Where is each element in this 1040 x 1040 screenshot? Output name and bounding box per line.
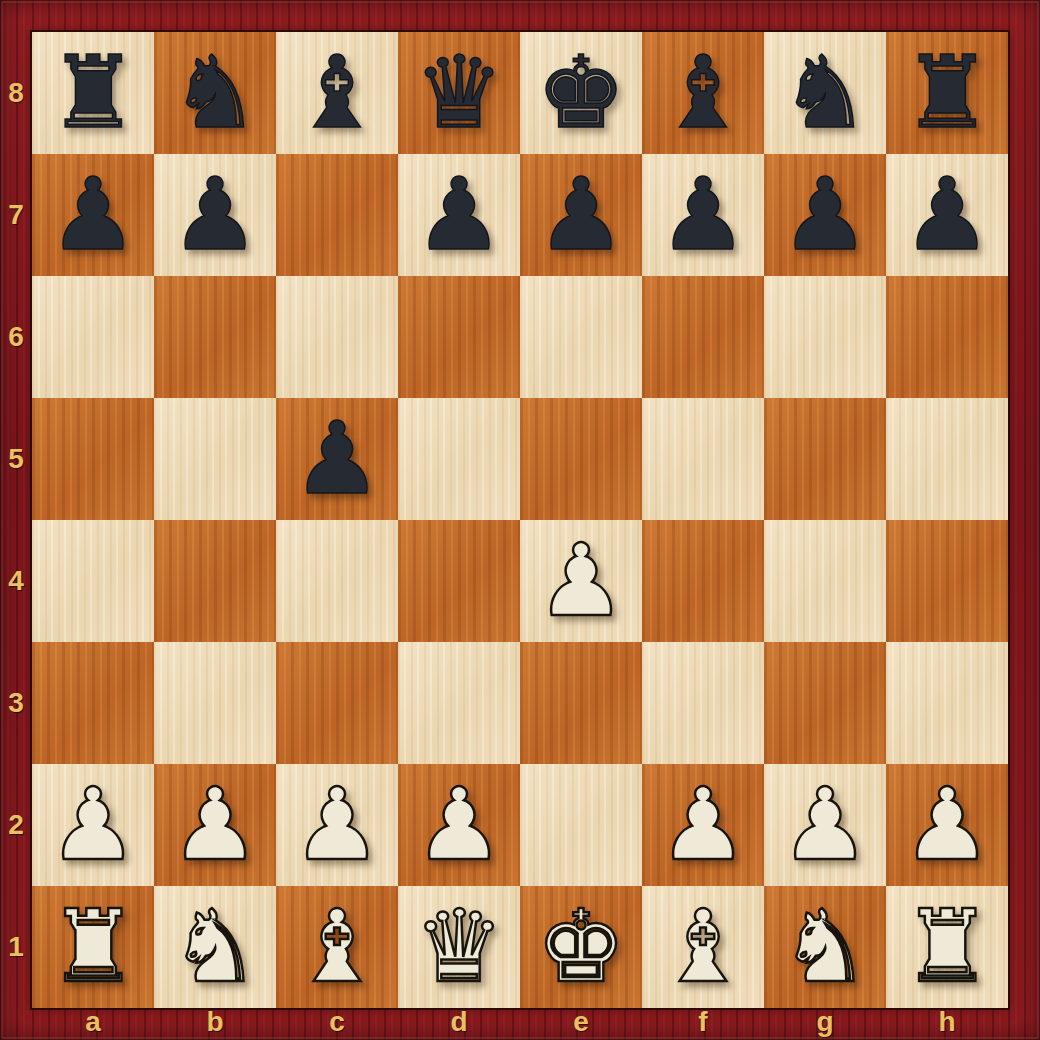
piece-black-rook[interactable]: ♜ [902,43,992,143]
square-h5[interactable] [886,398,1008,520]
square-h8[interactable]: ♜ [886,32,1008,154]
square-g1[interactable]: ♞ [764,886,886,1008]
piece-black-pawn[interactable]: ♟ [902,165,992,265]
square-e5[interactable] [520,398,642,520]
square-c6[interactable] [276,276,398,398]
piece-white-pawn[interactable]: ♟ [170,775,260,875]
chess-board-frame: ♜♞♝♛♚♝♞♜♟♟♟♟♟♟♟♟♟♟♟♟♟♟♟♟♜♞♝♛♚♝♞♜ 8765432… [0,0,1040,1040]
square-a3[interactable] [32,642,154,764]
square-c7[interactable] [276,154,398,276]
rank-label-8: 8 [0,32,32,154]
square-g2[interactable]: ♟ [764,764,886,886]
rank-label-1: 1 [0,886,32,1008]
square-d6[interactable] [398,276,520,398]
piece-white-rook[interactable]: ♜ [902,897,992,997]
piece-black-pawn[interactable]: ♟ [48,165,138,265]
square-f5[interactable] [642,398,764,520]
square-h6[interactable] [886,276,1008,398]
square-c8[interactable]: ♝ [276,32,398,154]
chess-board: ♜♞♝♛♚♝♞♜♟♟♟♟♟♟♟♟♟♟♟♟♟♟♟♟♜♞♝♛♚♝♞♜ [32,32,1008,1008]
square-a6[interactable] [32,276,154,398]
file-label-h: h [886,1005,1008,1040]
file-label-c: c [276,1005,398,1040]
square-d3[interactable] [398,642,520,764]
square-e2[interactable] [520,764,642,886]
piece-white-rook[interactable]: ♜ [48,897,138,997]
square-d5[interactable] [398,398,520,520]
square-g8[interactable]: ♞ [764,32,886,154]
square-f1[interactable]: ♝ [642,886,764,1008]
square-c5[interactable]: ♟ [276,398,398,520]
piece-white-pawn[interactable]: ♟ [780,775,870,875]
square-c3[interactable] [276,642,398,764]
square-c1[interactable]: ♝ [276,886,398,1008]
piece-black-knight[interactable]: ♞ [170,43,260,143]
square-a2[interactable]: ♟ [32,764,154,886]
square-h4[interactable] [886,520,1008,642]
rank-label-4: 4 [0,520,32,642]
piece-white-bishop[interactable]: ♝ [292,897,382,997]
square-a4[interactable] [32,520,154,642]
file-label-g: g [764,1005,886,1040]
square-b1[interactable]: ♞ [154,886,276,1008]
piece-white-queen[interactable]: ♛ [414,897,504,997]
square-f7[interactable]: ♟ [642,154,764,276]
piece-black-pawn[interactable]: ♟ [658,165,748,265]
square-b7[interactable]: ♟ [154,154,276,276]
rank-label-7: 7 [0,154,32,276]
square-b5[interactable] [154,398,276,520]
square-d8[interactable]: ♛ [398,32,520,154]
square-h1[interactable]: ♜ [886,886,1008,1008]
rank-label-2: 2 [0,764,32,886]
square-g4[interactable] [764,520,886,642]
file-label-f: f [642,1005,764,1040]
square-e7[interactable]: ♟ [520,154,642,276]
square-d1[interactable]: ♛ [398,886,520,1008]
piece-black-pawn[interactable]: ♟ [780,165,870,265]
piece-black-bishop[interactable]: ♝ [292,43,382,143]
rank-label-5: 5 [0,398,32,520]
file-label-d: d [398,1005,520,1040]
square-a7[interactable]: ♟ [32,154,154,276]
piece-white-pawn[interactable]: ♟ [414,775,504,875]
square-e3[interactable] [520,642,642,764]
square-b3[interactable] [154,642,276,764]
piece-white-king[interactable]: ♚ [536,897,626,997]
square-e6[interactable] [520,276,642,398]
piece-white-bishop[interactable]: ♝ [658,897,748,997]
square-a8[interactable]: ♜ [32,32,154,154]
piece-black-pawn[interactable]: ♟ [414,165,504,265]
square-f3[interactable] [642,642,764,764]
square-a5[interactable] [32,398,154,520]
square-a1[interactable]: ♜ [32,886,154,1008]
piece-black-bishop[interactable]: ♝ [658,43,748,143]
piece-black-rook[interactable]: ♜ [48,43,138,143]
file-label-e: e [520,1005,642,1040]
square-b6[interactable] [154,276,276,398]
square-g3[interactable] [764,642,886,764]
square-f4[interactable] [642,520,764,642]
rank-label-6: 6 [0,276,32,398]
piece-white-pawn[interactable]: ♟ [48,775,138,875]
piece-white-pawn[interactable]: ♟ [902,775,992,875]
piece-black-pawn[interactable]: ♟ [170,165,260,265]
square-g7[interactable]: ♟ [764,154,886,276]
rank-label-3: 3 [0,642,32,764]
square-e1[interactable]: ♚ [520,886,642,1008]
square-h2[interactable]: ♟ [886,764,1008,886]
piece-black-pawn[interactable]: ♟ [536,165,626,265]
square-h3[interactable] [886,642,1008,764]
square-b2[interactable]: ♟ [154,764,276,886]
piece-white-knight[interactable]: ♞ [780,897,870,997]
square-d4[interactable] [398,520,520,642]
file-label-a: a [32,1005,154,1040]
square-g5[interactable] [764,398,886,520]
piece-white-pawn[interactable]: ♟ [658,775,748,875]
piece-white-knight[interactable]: ♞ [170,897,260,997]
square-e4[interactable]: ♟ [520,520,642,642]
square-c4[interactable] [276,520,398,642]
piece-white-pawn[interactable]: ♟ [292,775,382,875]
piece-black-knight[interactable]: ♞ [780,43,870,143]
square-d7[interactable]: ♟ [398,154,520,276]
square-h7[interactable]: ♟ [886,154,1008,276]
square-b8[interactable]: ♞ [154,32,276,154]
square-d2[interactable]: ♟ [398,764,520,886]
square-f8[interactable]: ♝ [642,32,764,154]
file-label-b: b [154,1005,276,1040]
square-f6[interactable] [642,276,764,398]
piece-black-pawn[interactable]: ♟ [292,409,382,509]
piece-black-king[interactable]: ♚ [536,43,626,143]
square-e8[interactable]: ♚ [520,32,642,154]
square-c2[interactable]: ♟ [276,764,398,886]
square-b4[interactable] [154,520,276,642]
piece-black-queen[interactable]: ♛ [414,43,504,143]
square-f2[interactable]: ♟ [642,764,764,886]
piece-white-pawn[interactable]: ♟ [536,531,626,631]
square-g6[interactable] [764,276,886,398]
